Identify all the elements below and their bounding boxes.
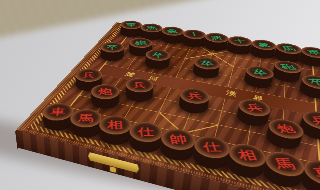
piece-glyph: 相 bbox=[100, 116, 131, 134]
clasp-knob bbox=[110, 166, 116, 173]
piece-top-face: 卒 bbox=[97, 41, 127, 54]
board-perspective-wrap: 楚 河漢 界車馬象士將士象馬車砲砲卒卒卒卒卒兵兵兵兵兵炮炮車馬相仕帥仕相馬車 bbox=[66, 0, 320, 190]
piece-glyph: 炮 bbox=[92, 85, 120, 99]
piece-top-face: 兵 bbox=[122, 76, 156, 94]
piece-glyph: 卒 bbox=[101, 42, 124, 52]
piece-glyph: 兵 bbox=[179, 89, 211, 104]
piece-glyph: 砲 bbox=[129, 38, 153, 47]
piece-glyph: 兵 bbox=[126, 79, 154, 92]
piece-glyph: 兵 bbox=[76, 69, 102, 81]
piece-top-face: 象 bbox=[159, 26, 185, 37]
photo-scene: 楚 河漢 界車馬象士將士象馬車砲砲卒卒卒卒卒兵兵兵兵兵炮炮車馬相仕帥仕相馬車 bbox=[0, 0, 320, 190]
piece-glyph: 士 bbox=[182, 30, 207, 39]
piece-top-face: 仕 bbox=[125, 120, 165, 146]
piece-glyph: 車 bbox=[121, 21, 142, 29]
piece-glyph: 卒 bbox=[145, 50, 171, 60]
piece-glyph: 仕 bbox=[130, 123, 164, 142]
piece-top-face: 將 bbox=[203, 32, 229, 44]
piece-top-face: 炮 bbox=[87, 82, 123, 101]
piece-top-face: 士 bbox=[181, 29, 207, 41]
piece-glyph: 帥 bbox=[160, 130, 197, 150]
xiangqi-board: 楚 河漢 界車馬象士將士象馬車砲砲卒卒卒卒卒兵兵兵兵兵炮炮車馬相仕帥仕相馬車 bbox=[66, 0, 320, 190]
piece-glyph: 馬 bbox=[141, 24, 163, 32]
piece-glyph: 象 bbox=[161, 27, 185, 35]
piece-glyph: 車 bbox=[42, 104, 73, 120]
piece-top-face: 兵 bbox=[71, 67, 106, 84]
piece-top-face: 砲 bbox=[126, 37, 155, 50]
piece-glyph: 馬 bbox=[70, 110, 100, 127]
piece-top-face: 卒 bbox=[143, 48, 173, 62]
